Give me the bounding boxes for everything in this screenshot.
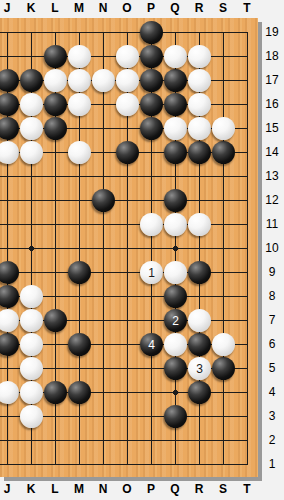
- column-label-r-bottom: R: [190, 482, 208, 496]
- row-label-2: 2: [260, 432, 284, 448]
- row-label-12: 12: [260, 192, 284, 208]
- row-label-1: 1: [260, 456, 284, 472]
- column-label-r-top: R: [190, 1, 208, 15]
- column-label-t-top: T: [238, 1, 256, 15]
- go-board[interactable]: [0, 18, 258, 477]
- column-label-q-bottom: Q: [166, 482, 184, 496]
- row-label-8: 8: [260, 288, 284, 304]
- column-label-l-bottom: L: [46, 482, 64, 496]
- column-label-q-top: Q: [166, 1, 184, 15]
- column-label-n-top: N: [94, 1, 112, 15]
- column-label-j-top: J: [0, 1, 16, 15]
- row-label-17: 17: [260, 72, 284, 88]
- row-label-3: 3: [260, 408, 284, 424]
- column-label-j-bottom: J: [0, 482, 16, 496]
- column-label-n-bottom: N: [94, 482, 112, 496]
- column-label-m-bottom: M: [70, 482, 88, 496]
- column-label-p-bottom: P: [142, 482, 160, 496]
- column-label-o-bottom: O: [118, 482, 136, 496]
- row-label-7: 7: [260, 312, 284, 328]
- column-label-p-top: P: [142, 1, 160, 15]
- row-label-13: 13: [260, 168, 284, 184]
- row-label-6: 6: [260, 336, 284, 352]
- column-label-s-bottom: S: [214, 482, 232, 496]
- row-label-16: 16: [260, 96, 284, 112]
- column-label-l-top: L: [46, 1, 64, 15]
- row-label-18: 18: [260, 48, 284, 64]
- row-label-15: 15: [260, 120, 284, 136]
- column-label-o-top: O: [118, 1, 136, 15]
- row-label-10: 10: [260, 240, 284, 256]
- column-label-t-bottom: T: [238, 482, 256, 496]
- column-label-k-bottom: K: [22, 482, 40, 496]
- row-label-5: 5: [260, 360, 284, 376]
- column-label-s-top: S: [214, 1, 232, 15]
- board-grid: [0, 18, 258, 477]
- row-label-4: 4: [260, 384, 284, 400]
- row-label-19: 19: [260, 24, 284, 40]
- row-label-14: 14: [260, 144, 284, 160]
- column-label-m-top: M: [70, 1, 88, 15]
- row-label-11: 11: [260, 216, 284, 232]
- row-label-9: 9: [260, 264, 284, 280]
- column-label-k-top: K: [22, 1, 40, 15]
- go-diagram: 2413 JKLMNOPQRST JKLMNOPQRST 19181716151…: [0, 0, 284, 500]
